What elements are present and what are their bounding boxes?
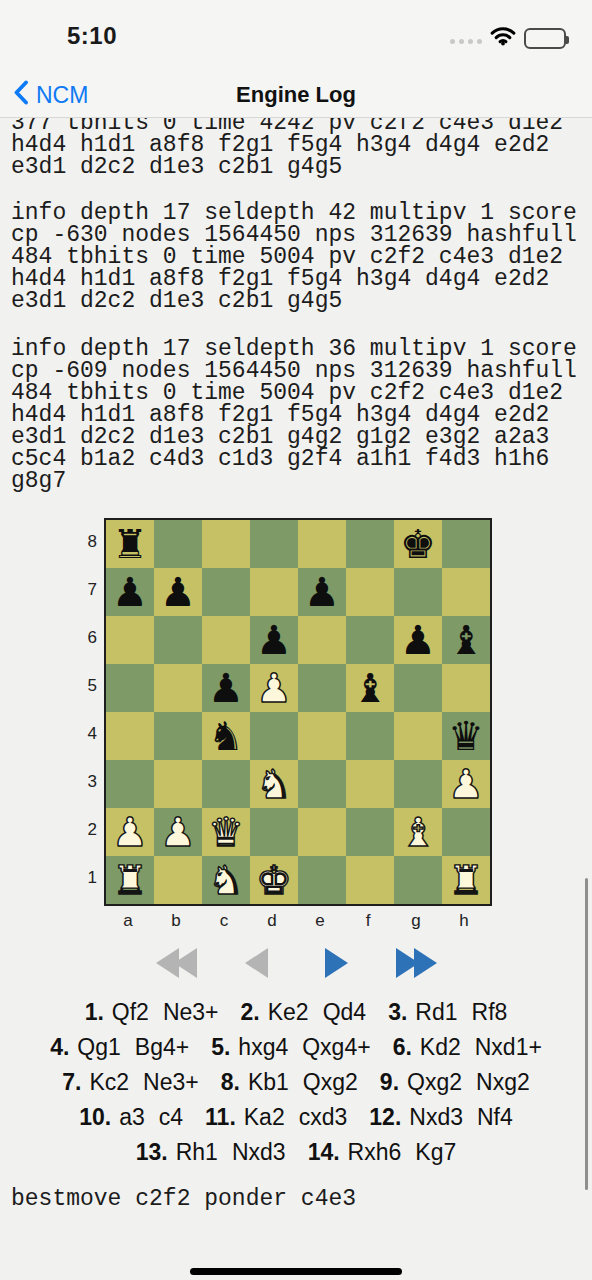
square-g4[interactable] [394,712,442,760]
square-g8[interactable]: ♚ [394,520,442,568]
square-h1[interactable]: ♜ [442,856,490,904]
move-white[interactable]: a3 [119,1104,145,1130]
file-label-g: g [392,906,440,933]
square-b6[interactable] [154,616,202,664]
square-c7[interactable] [202,568,250,616]
move-number: 12. [369,1104,401,1130]
skip-forward-button[interactable] [392,947,440,979]
rank-label-2: 2 [83,806,104,854]
engine-log-paragraph: info depth 17 seldepth 36 multipv 1 scor… [11,338,592,492]
move-black[interactable]: cxd3 [299,1104,348,1130]
piece-bp-e7: ♟ [304,568,340,616]
move-white[interactable]: Rh1 [176,1139,218,1165]
move-black[interactable]: Qd4 [323,999,366,1025]
file-label-b: b [152,906,200,933]
piece-bp-a7: ♟ [112,568,148,616]
move-number: 2. [241,999,260,1025]
piece-wp-b2: ♟ [160,808,196,856]
square-a3[interactable] [106,760,154,808]
square-f1[interactable] [346,856,394,904]
right-triangle-icon [325,948,348,978]
step-backward-button[interactable] [232,947,280,979]
square-c8[interactable] [202,520,250,568]
square-f8[interactable] [346,520,394,568]
move-black[interactable]: Qxg4+ [302,1034,370,1060]
move-white[interactable]: Ka2 [244,1104,285,1130]
square-d4[interactable] [250,712,298,760]
square-c3[interactable] [202,760,250,808]
file-labels: abcdefgh [104,906,592,933]
left-triangle-icon [245,948,268,978]
rank-label-1: 1 [83,854,104,902]
rank-labels: 87654321 [83,518,104,906]
square-g1[interactable] [394,856,442,904]
square-h6[interactable]: ♝ [442,616,490,664]
piece-wp-a2: ♟ [112,808,148,856]
square-b4[interactable] [154,712,202,760]
move-black[interactable]: Ne3+ [143,1069,199,1095]
engine-log-paragraph: info depth 17 seldepth 42 multipv 1 scor… [11,202,592,312]
square-g2[interactable]: ♝ [394,808,442,856]
piece-wr-a1: ♜ [112,856,148,904]
move-black[interactable]: Rf8 [472,999,508,1025]
square-g7[interactable] [394,568,442,616]
square-h8[interactable] [442,520,490,568]
file-label-f: f [344,906,392,933]
piece-bp-g6: ♟ [400,616,436,664]
piece-wb-g2: ♝ [400,808,436,856]
move-number: 13. [136,1139,168,1165]
move-number: 11. [205,1104,236,1130]
square-b2[interactable]: ♟ [154,808,202,856]
piece-br-a8: ♜ [112,520,148,568]
piece-wq-c2: ♛ [208,808,244,856]
square-g6[interactable]: ♟ [394,616,442,664]
square-a2[interactable]: ♟ [106,808,154,856]
move-black[interactable]: Nxg2 [476,1069,530,1095]
nav-bar: NCM Engine Log [0,78,592,118]
piece-bp-b7: ♟ [160,568,196,616]
piece-wr-h1: ♜ [448,856,484,904]
move-line: 13.Rh1Nxd314.Rxh6Kg7 [0,1135,592,1170]
skip-backward-button[interactable] [152,947,200,979]
scroll-content[interactable]: 377 tbhits 0 time 4242 pv c2f2 c4e3 d1e2… [0,119,592,1212]
engine-log-screen: 377 tbhits 0 time 4242 pv c2f2 c4e3 d1e2… [0,0,592,1280]
square-d5[interactable]: ♟ [250,664,298,712]
move-white[interactable]: Ke2 [268,999,309,1025]
square-e2[interactable] [298,808,346,856]
rank-label-5: 5 [83,662,104,710]
square-a5[interactable] [106,664,154,712]
bestmove-line: bestmove c2f2 ponder c4e3 [11,1186,592,1212]
move-black[interactable]: Kg7 [415,1139,456,1165]
move-number: 7. [62,1069,81,1095]
square-a1[interactable]: ♜ [106,856,154,904]
piece-bp-c5: ♟ [208,664,244,712]
move-white[interactable]: Kc2 [89,1069,129,1095]
file-label-d: d [248,906,296,933]
rank-label-8: 8 [83,518,104,566]
move-white[interactable]: Qg1 [77,1034,120,1060]
engine-log-paragraph: 377 tbhits 0 time 4242 pv c2f2 c4e3 d1e2… [11,112,592,178]
square-b5[interactable] [154,664,202,712]
square-d6[interactable]: ♟ [250,616,298,664]
rank-label-4: 4 [83,710,104,758]
square-d1[interactable]: ♚ [250,856,298,904]
move-black[interactable]: Nxd3 [232,1139,286,1165]
square-g5[interactable] [394,664,442,712]
square-e3[interactable] [298,760,346,808]
square-f4[interactable] [346,712,394,760]
square-a8[interactable]: ♜ [106,520,154,568]
square-a4[interactable] [106,712,154,760]
move-white[interactable]: hxg4 [238,1034,288,1060]
move-line: 7.Kc2Ne3+8.Kb1Qxg29.Qxg2Nxg2 [0,1065,592,1100]
chess-board: ♜♚♟♟♟♟♟♝♟♟♝♞♛♞♟♟♟♛♝♜♞♚♜ [104,518,492,906]
header: 5:10 [0,0,592,118]
right-triangle-icon [414,948,437,978]
square-d2[interactable] [250,808,298,856]
square-e6[interactable] [298,616,346,664]
wifi-icon [490,26,516,50]
move-line: 1.Qf2Ne3+2.Ke2Qd43.Rd1Rf8 [0,995,592,1030]
move-white[interactable]: Kd2 [420,1034,461,1060]
piece-wn-d3: ♞ [256,760,292,808]
square-e1[interactable] [298,856,346,904]
move-number: 10. [79,1104,111,1130]
piece-bb-h6: ♝ [448,616,484,664]
move-white[interactable]: Kb1 [248,1069,289,1095]
square-h4[interactable]: ♛ [442,712,490,760]
move-number: 9. [380,1069,399,1095]
piece-wp-d5: ♟ [256,664,292,712]
move-list: 1.Qf2Ne3+2.Ke2Qd43.Rd1Rf84.Qg1Bg4+5.hxg4… [0,995,592,1170]
move-black[interactable]: Ne3+ [163,999,219,1025]
square-d3[interactable]: ♞ [250,760,298,808]
square-e7[interactable]: ♟ [298,568,346,616]
piece-bk-g8: ♚ [400,520,436,568]
move-black[interactable]: Qxg2 [303,1069,358,1095]
move-black[interactable]: Bg4+ [135,1034,189,1060]
move-black[interactable]: c4 [159,1104,183,1130]
square-c1[interactable]: ♞ [202,856,250,904]
square-b7[interactable]: ♟ [154,568,202,616]
square-f7[interactable] [346,568,394,616]
piece-wp-h3: ♟ [448,760,484,808]
square-d7[interactable] [250,568,298,616]
move-white[interactable]: Rd1 [415,999,457,1025]
square-e5[interactable] [298,664,346,712]
move-black[interactable]: Nxd1+ [475,1034,542,1060]
piece-wk-d1: ♚ [256,856,292,904]
move-navigation [0,947,592,979]
file-label-a: a [104,906,152,933]
square-e8[interactable] [298,520,346,568]
home-indicator[interactable] [190,1268,402,1275]
move-white[interactable]: Qxg2 [407,1069,462,1095]
square-f5[interactable]: ♝ [346,664,394,712]
move-number: 4. [50,1034,69,1060]
piece-wn-c1: ♞ [208,856,244,904]
square-c2[interactable]: ♛ [202,808,250,856]
move-number: 1. [85,999,104,1025]
move-number: 14. [308,1139,340,1165]
page-title: Engine Log [0,82,592,108]
move-number: 8. [221,1069,240,1095]
square-d8[interactable] [250,520,298,568]
chess-board-section: 87654321 ♜♚♟♟♟♟♟♝♟♟♝♞♛♞♟♟♟♛♝♜♞♚♜ abcdefg… [83,518,592,933]
square-c5[interactable]: ♟ [202,664,250,712]
rank-label-3: 3 [83,758,104,806]
move-line: 10.a3c411.Ka2cxd312.Nxd3Nf4 [0,1100,592,1135]
square-c6[interactable] [202,616,250,664]
file-label-h: h [440,906,488,933]
square-a6[interactable] [106,616,154,664]
square-h5[interactable] [442,664,490,712]
move-line: 4.Qg1Bg4+5.hxg4Qxg4+6.Kd2Nxd1+ [0,1030,592,1065]
move-black[interactable]: Nf4 [477,1104,513,1130]
move-number: 3. [388,999,407,1025]
square-f6[interactable] [346,616,394,664]
piece-bq-h4: ♛ [448,712,484,760]
move-number: 5. [211,1034,230,1060]
left-triangle-icon [174,948,197,978]
square-h7[interactable] [442,568,490,616]
step-forward-button[interactable] [312,947,360,979]
move-number: 6. [393,1034,412,1060]
status-time: 5:10 [42,22,142,50]
square-b8[interactable] [154,520,202,568]
piece-bp-d6: ♟ [256,616,292,664]
square-h3[interactable]: ♟ [442,760,490,808]
rank-label-6: 6 [83,614,104,662]
status-bar: 5:10 [0,18,592,52]
square-e4[interactable] [298,712,346,760]
scrollbar[interactable] [585,878,588,1190]
file-label-c: c [200,906,248,933]
move-white[interactable]: Rxh6 [348,1139,402,1165]
piece-bb-f5: ♝ [352,664,388,712]
rank-label-7: 7 [83,566,104,614]
square-h2[interactable] [442,808,490,856]
battery-icon [524,28,566,49]
piece-bn-c4: ♞ [208,712,244,760]
square-a7[interactable]: ♟ [106,568,154,616]
square-b3[interactable] [154,760,202,808]
cellular-signal-icon [450,39,482,44]
square-c4[interactable]: ♞ [202,712,250,760]
square-f3[interactable] [346,760,394,808]
square-f2[interactable] [346,808,394,856]
square-g3[interactable] [394,760,442,808]
file-label-e: e [296,906,344,933]
move-white[interactable]: Nxd3 [409,1104,463,1130]
move-white[interactable]: Qf2 [112,999,149,1025]
square-b1[interactable] [154,856,202,904]
